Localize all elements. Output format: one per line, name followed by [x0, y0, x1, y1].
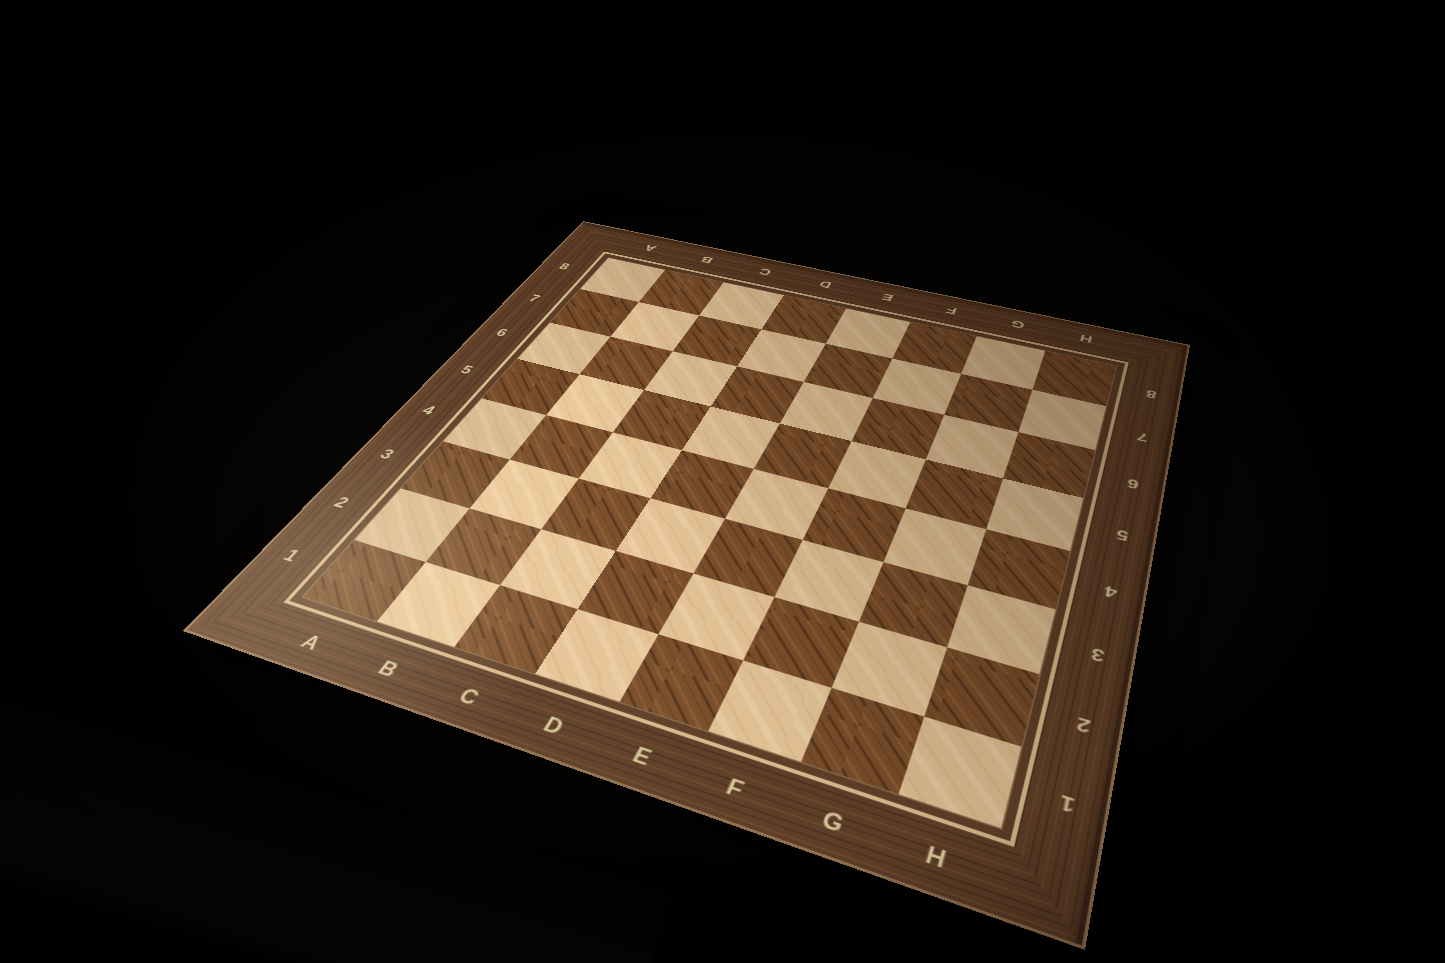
chess-board: AABBCCDDEEFFGGHH8877665544332211: [183, 221, 1190, 950]
scene: AABBCCDDEEFFGGHH8877665544332211: [0, 0, 1445, 963]
board-field: [303, 258, 1116, 828]
photo-stage: AABBCCDDEEFFGGHH8877665544332211: [0, 0, 1445, 963]
